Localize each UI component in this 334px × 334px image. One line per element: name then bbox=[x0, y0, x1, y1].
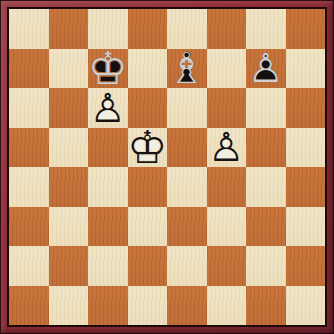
square-h6[interactable] bbox=[286, 88, 326, 128]
chess-board: ♚♔♝♗♟♙♟♙♚♔♟♙ bbox=[7, 7, 327, 327]
black-bishop-fill: ♝ bbox=[167, 49, 207, 89]
square-a4[interactable] bbox=[9, 167, 49, 207]
square-c3[interactable] bbox=[88, 207, 128, 247]
square-a1[interactable] bbox=[9, 286, 49, 326]
square-e1[interactable] bbox=[167, 286, 207, 326]
white-pawn-fill: ♟ bbox=[207, 128, 247, 168]
square-d2[interactable] bbox=[128, 246, 168, 286]
square-d5[interactable]: ♚♔ bbox=[128, 128, 168, 168]
square-f8[interactable] bbox=[207, 9, 247, 49]
square-c6[interactable]: ♟♙ bbox=[88, 88, 128, 128]
square-c8[interactable] bbox=[88, 9, 128, 49]
square-d8[interactable] bbox=[128, 9, 168, 49]
square-d3[interactable] bbox=[128, 207, 168, 247]
square-h2[interactable] bbox=[286, 246, 326, 286]
square-c4[interactable] bbox=[88, 167, 128, 207]
square-f6[interactable] bbox=[207, 88, 247, 128]
square-e3[interactable] bbox=[167, 207, 207, 247]
square-d7[interactable] bbox=[128, 49, 168, 89]
square-d4[interactable] bbox=[128, 167, 168, 207]
square-g5[interactable] bbox=[246, 128, 286, 168]
square-g7[interactable]: ♟♙ bbox=[246, 49, 286, 89]
square-b5[interactable] bbox=[49, 128, 89, 168]
square-b4[interactable] bbox=[49, 167, 89, 207]
square-g2[interactable] bbox=[246, 246, 286, 286]
square-f2[interactable] bbox=[207, 246, 247, 286]
black-king-fill: ♚ bbox=[88, 49, 128, 89]
square-f3[interactable] bbox=[207, 207, 247, 247]
square-b7[interactable] bbox=[49, 49, 89, 89]
square-e6[interactable] bbox=[167, 88, 207, 128]
square-e7[interactable]: ♝♗ bbox=[167, 49, 207, 89]
white-king-icon: ♔ bbox=[128, 128, 168, 168]
square-e4[interactable] bbox=[167, 167, 207, 207]
square-g4[interactable] bbox=[246, 167, 286, 207]
white-king-fill: ♚ bbox=[128, 128, 168, 168]
square-a6[interactable] bbox=[9, 88, 49, 128]
square-e2[interactable] bbox=[167, 246, 207, 286]
square-c2[interactable] bbox=[88, 246, 128, 286]
black-pawn-icon: ♙ bbox=[246, 49, 286, 89]
square-a5[interactable] bbox=[9, 128, 49, 168]
square-b1[interactable] bbox=[49, 286, 89, 326]
square-f5[interactable]: ♟♙ bbox=[207, 128, 247, 168]
square-a8[interactable] bbox=[9, 9, 49, 49]
square-b2[interactable] bbox=[49, 246, 89, 286]
board-frame: ♚♔♝♗♟♙♟♙♚♔♟♙ bbox=[0, 0, 334, 334]
square-b3[interactable] bbox=[49, 207, 89, 247]
square-d1[interactable] bbox=[128, 286, 168, 326]
white-pawn-icon: ♙ bbox=[207, 128, 247, 168]
black-bishop-icon: ♗ bbox=[167, 49, 207, 89]
square-a3[interactable] bbox=[9, 207, 49, 247]
square-g3[interactable] bbox=[246, 207, 286, 247]
square-h4[interactable] bbox=[286, 167, 326, 207]
square-b8[interactable] bbox=[49, 9, 89, 49]
square-f1[interactable] bbox=[207, 286, 247, 326]
square-g1[interactable] bbox=[246, 286, 286, 326]
square-f7[interactable] bbox=[207, 49, 247, 89]
white-pawn-fill: ♟ bbox=[88, 88, 128, 128]
square-c5[interactable] bbox=[88, 128, 128, 168]
black-pawn-fill: ♟ bbox=[246, 49, 286, 89]
square-b6[interactable] bbox=[49, 88, 89, 128]
square-a2[interactable] bbox=[9, 246, 49, 286]
square-f4[interactable] bbox=[207, 167, 247, 207]
square-h8[interactable] bbox=[286, 9, 326, 49]
black-king-icon: ♔ bbox=[88, 49, 128, 89]
square-g6[interactable] bbox=[246, 88, 286, 128]
square-e5[interactable] bbox=[167, 128, 207, 168]
square-h7[interactable] bbox=[286, 49, 326, 89]
square-d6[interactable] bbox=[128, 88, 168, 128]
square-h3[interactable] bbox=[286, 207, 326, 247]
square-a7[interactable] bbox=[9, 49, 49, 89]
square-c7[interactable]: ♚♔ bbox=[88, 49, 128, 89]
square-c1[interactable] bbox=[88, 286, 128, 326]
square-e8[interactable] bbox=[167, 9, 207, 49]
square-h5[interactable] bbox=[286, 128, 326, 168]
white-pawn-icon: ♙ bbox=[88, 88, 128, 128]
square-g8[interactable] bbox=[246, 9, 286, 49]
square-h1[interactable] bbox=[286, 286, 326, 326]
